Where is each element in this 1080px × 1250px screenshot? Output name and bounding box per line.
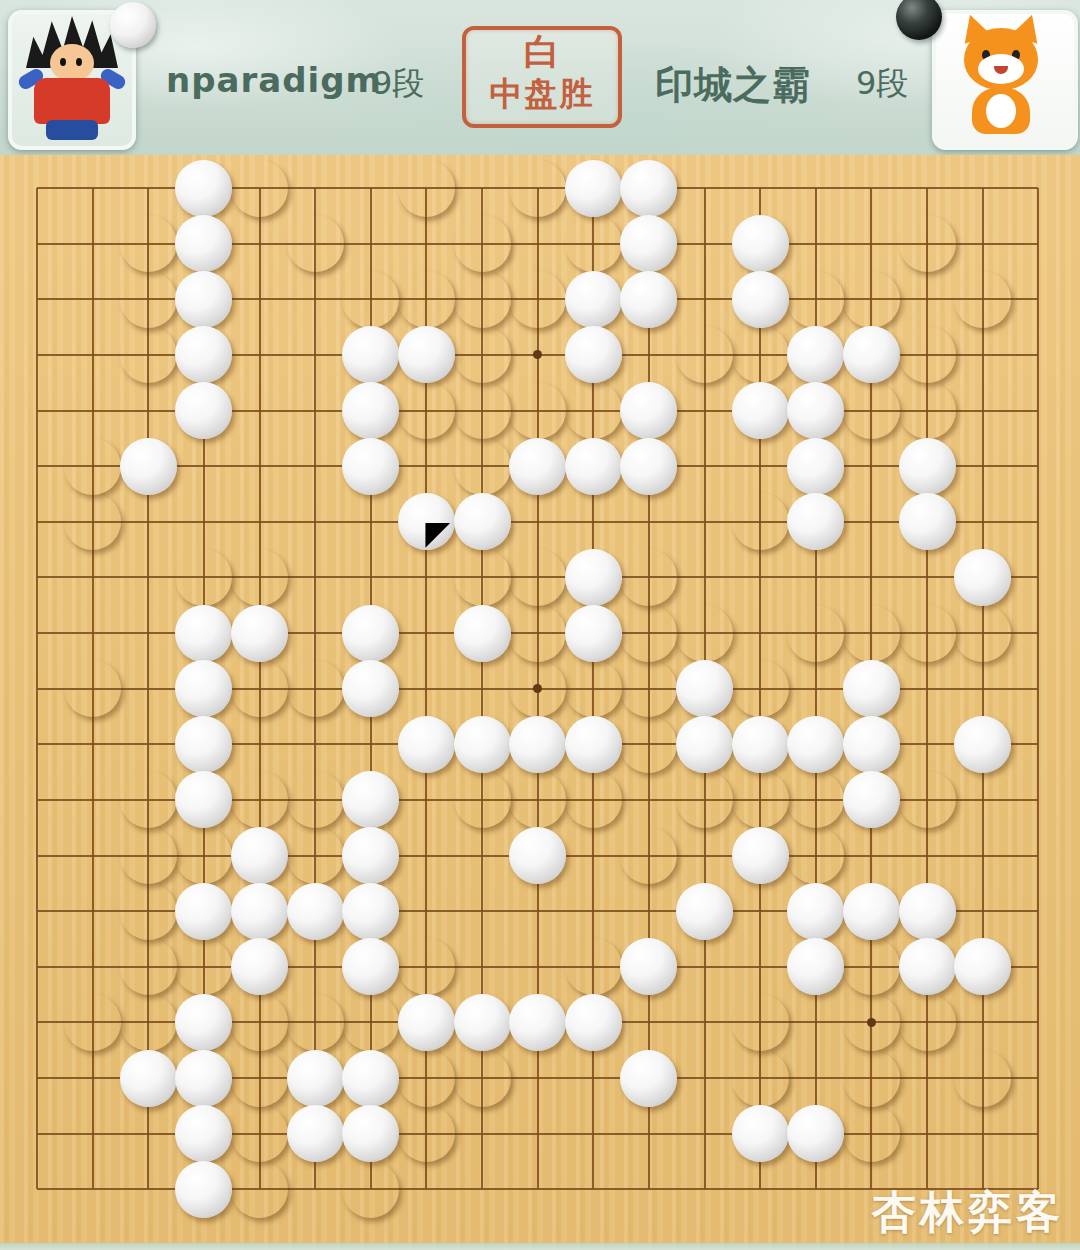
black-stone (231, 1105, 288, 1162)
black-stone (954, 271, 1011, 328)
black-stone (565, 215, 622, 272)
white-stone (231, 827, 288, 884)
white-stone (620, 215, 677, 272)
white-stone (899, 438, 956, 495)
black-stone (231, 994, 288, 1051)
white-stone (342, 326, 399, 383)
black-stone (454, 382, 511, 439)
black-stone (620, 549, 677, 606)
black-stone (231, 1050, 288, 1107)
white-stone (565, 438, 622, 495)
white-stone (454, 493, 511, 550)
black-stone (843, 1105, 900, 1162)
result-stamp-line2: 中盘胜 (466, 74, 618, 114)
white-stone (175, 883, 232, 940)
grid-line-vertical (1037, 188, 1039, 1189)
white-stone (509, 438, 566, 495)
white-stone (954, 938, 1011, 995)
black-stone (342, 994, 399, 1051)
black-stone (843, 382, 900, 439)
black-stone (509, 605, 566, 662)
black-stone (676, 326, 733, 383)
black-stone (565, 938, 622, 995)
white-stone (620, 160, 677, 217)
right-player-avatar[interactable] (932, 10, 1078, 150)
white-stone (787, 438, 844, 495)
black-stone (454, 215, 511, 272)
black-stone (843, 938, 900, 995)
black-stone (954, 1050, 1011, 1107)
white-stone (565, 160, 622, 217)
star-point (533, 350, 542, 359)
black-stone (120, 271, 177, 328)
white-stone (342, 771, 399, 828)
black-stone (231, 771, 288, 828)
white-stone (398, 994, 455, 1051)
white-stone (342, 883, 399, 940)
white-stone (843, 660, 900, 717)
white-stone (342, 438, 399, 495)
white-stone (899, 493, 956, 550)
black-stone (454, 326, 511, 383)
black-stone (899, 994, 956, 1051)
black-stone (454, 549, 511, 606)
goku-body-icon (34, 78, 110, 124)
black-stone (287, 994, 344, 1051)
goku-legs-icon (46, 120, 98, 140)
black-stone (787, 271, 844, 328)
white-stone (732, 271, 789, 328)
goku-eye-icon (76, 58, 82, 66)
white-stone (565, 994, 622, 1051)
white-stone (787, 326, 844, 383)
black-stone (64, 493, 121, 550)
white-stone (732, 215, 789, 272)
black-stone (64, 994, 121, 1051)
match-header: nparadigm 9段 白 中盘胜 印城之霸 9段 (0, 0, 1080, 155)
white-stone (175, 326, 232, 383)
black-stone (398, 938, 455, 995)
white-stone (565, 326, 622, 383)
black-stone (120, 994, 177, 1051)
white-stone (454, 994, 511, 1051)
black-stone (175, 827, 232, 884)
black-stone (175, 938, 232, 995)
black-stone (843, 1050, 900, 1107)
black-stone (120, 326, 177, 383)
white-stone (732, 716, 789, 773)
black-stone (509, 771, 566, 828)
black-stone (899, 605, 956, 662)
white-stone (287, 1105, 344, 1162)
black-stone (64, 438, 121, 495)
white-stone (287, 1050, 344, 1107)
result-stamp: 白 中盘胜 (462, 26, 622, 128)
black-stone (120, 883, 177, 940)
black-stone (231, 660, 288, 717)
black-stone (120, 827, 177, 884)
white-stone (175, 271, 232, 328)
black-stone (787, 827, 844, 884)
white-stone (565, 716, 622, 773)
black-stone (120, 938, 177, 995)
white-stone (787, 493, 844, 550)
left-player-rank: 9段 (372, 62, 424, 106)
black-stone (732, 660, 789, 717)
white-stone (342, 605, 399, 662)
white-stone (120, 1050, 177, 1107)
black-stone (231, 1161, 288, 1218)
white-stone (509, 716, 566, 773)
watermark: 杏林弈客 (872, 1183, 1064, 1242)
white-stone (843, 716, 900, 773)
app-window: nparadigm 9段 白 中盘胜 印城之霸 9段 杏林弈客 (0, 0, 1080, 1250)
white-stone (342, 827, 399, 884)
black-stone (620, 605, 677, 662)
white-stone (454, 605, 511, 662)
black-stone (231, 549, 288, 606)
left-player-name: nparadigm (166, 60, 382, 100)
black-stone (509, 382, 566, 439)
black-stone (565, 771, 622, 828)
black-stone (398, 160, 455, 217)
black-stone (287, 827, 344, 884)
right-player-rank: 9段 (856, 62, 908, 106)
white-stone (620, 382, 677, 439)
black-stone (676, 605, 733, 662)
white-stone (342, 660, 399, 717)
white-stone (787, 1105, 844, 1162)
white-stone (954, 549, 1011, 606)
goku-face-icon (50, 44, 94, 82)
black-stone (843, 605, 900, 662)
white-stone (732, 382, 789, 439)
black-stone (509, 271, 566, 328)
white-stone (454, 716, 511, 773)
white-stone (287, 883, 344, 940)
white-stone (342, 1050, 399, 1107)
black-stone (620, 827, 677, 884)
black-stone (398, 382, 455, 439)
black-stone (509, 660, 566, 717)
white-stone (175, 1050, 232, 1107)
white-stone (120, 438, 177, 495)
white-stone (899, 883, 956, 940)
white-stone (565, 549, 622, 606)
black-stone (565, 660, 622, 717)
black-stone (732, 994, 789, 1051)
white-stone (509, 827, 566, 884)
white-stone (954, 716, 1011, 773)
white-stone (620, 938, 677, 995)
white-stone-icon (110, 2, 156, 48)
white-stone (676, 883, 733, 940)
grid-line-vertical (982, 188, 984, 1189)
bottom-edge-strip (0, 1243, 1080, 1250)
black-stone (287, 771, 344, 828)
black-stone (398, 1050, 455, 1107)
white-stone (175, 605, 232, 662)
result-stamp-line1: 白 (466, 30, 618, 74)
black-stone (732, 771, 789, 828)
black-stone (509, 549, 566, 606)
white-stone (620, 271, 677, 328)
white-stone (398, 326, 455, 383)
white-stone (843, 771, 900, 828)
white-stone (899, 938, 956, 995)
white-stone (565, 271, 622, 328)
white-stone (342, 1105, 399, 1162)
white-stone (231, 938, 288, 995)
white-stone (231, 605, 288, 662)
white-stone (787, 938, 844, 995)
black-stone (843, 994, 900, 1051)
black-stone (732, 326, 789, 383)
go-board[interactable] (0, 155, 1080, 1250)
black-stone (342, 1161, 399, 1218)
white-stone (620, 1050, 677, 1107)
black-stone (954, 605, 1011, 662)
black-stone (565, 382, 622, 439)
black-stone (454, 1050, 511, 1107)
white-stone (509, 994, 566, 1051)
white-stone (620, 438, 677, 495)
white-stone (231, 883, 288, 940)
white-stone (175, 716, 232, 773)
black-stone (509, 160, 566, 217)
black-stone (732, 493, 789, 550)
black-stone (899, 326, 956, 383)
white-stone (175, 994, 232, 1051)
black-stone (120, 771, 177, 828)
white-stone (175, 660, 232, 717)
black-stone (454, 771, 511, 828)
black-stone (398, 271, 455, 328)
white-stone (843, 883, 900, 940)
black-stone (787, 771, 844, 828)
right-player-name: 印城之霸 (655, 60, 811, 111)
goku-eye-icon (60, 58, 66, 66)
black-stone (899, 771, 956, 828)
black-stone (454, 438, 511, 495)
black-stone (175, 549, 232, 606)
black-stone (620, 660, 677, 717)
white-stone (565, 605, 622, 662)
white-stone (175, 382, 232, 439)
white-stone (175, 1105, 232, 1162)
white-stone (676, 660, 733, 717)
white-stone (342, 938, 399, 995)
white-stone (787, 382, 844, 439)
black-stone (676, 771, 733, 828)
black-stone (120, 215, 177, 272)
white-stone (175, 160, 232, 217)
white-stone (175, 215, 232, 272)
black-stone (342, 271, 399, 328)
white-stone (732, 827, 789, 884)
white-stone (787, 883, 844, 940)
white-stone (676, 716, 733, 773)
black-stone (287, 660, 344, 717)
black-stone (287, 215, 344, 272)
white-stone (843, 326, 900, 383)
black-stone (787, 605, 844, 662)
white-stone (398, 716, 455, 773)
white-stone (732, 1105, 789, 1162)
fox-belly-icon (986, 94, 1016, 128)
black-stone (64, 660, 121, 717)
black-stone (454, 271, 511, 328)
black-stone (899, 382, 956, 439)
white-stone (175, 771, 232, 828)
black-stone (231, 160, 288, 217)
white-stone (342, 382, 399, 439)
black-stone (620, 716, 677, 773)
black-stone (398, 1105, 455, 1162)
white-stone (787, 716, 844, 773)
black-stone (843, 271, 900, 328)
black-stone (732, 1050, 789, 1107)
black-stone (899, 215, 956, 272)
white-stone (175, 1161, 232, 1218)
